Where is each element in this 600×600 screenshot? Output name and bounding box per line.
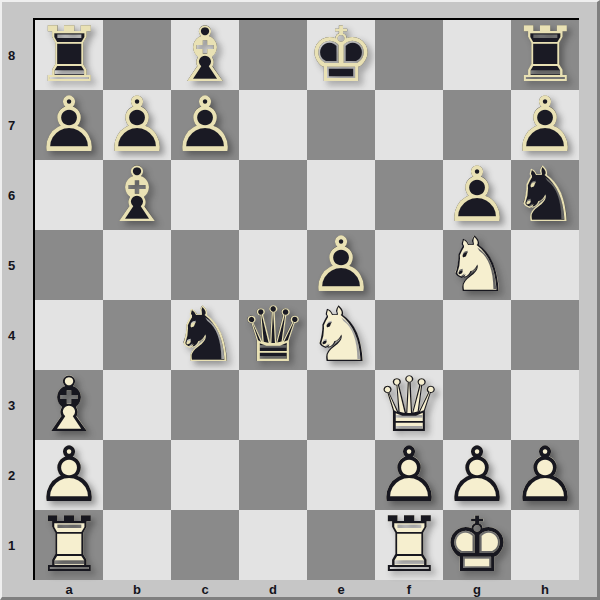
file-label-b: b	[103, 580, 171, 599]
square-e2[interactable]	[307, 440, 375, 510]
square-b3[interactable]	[103, 370, 171, 440]
piece-white-knight-g5[interactable]: ♞♘	[443, 230, 511, 300]
square-g1[interactable]: ♚♔	[443, 510, 511, 580]
piece-white-rook-a1[interactable]: ♜♖	[35, 510, 103, 580]
piece-black-queen-d4[interactable]: ♛♕	[239, 300, 307, 370]
rook-glyph-outline: ♖	[35, 510, 103, 580]
pawn-glyph-outline: ♙	[511, 440, 579, 510]
square-b1[interactable]	[103, 510, 171, 580]
square-b6[interactable]: ♝♗	[103, 160, 171, 230]
king-glyph-outline: ♔	[443, 510, 511, 580]
square-e7[interactable]	[307, 90, 375, 160]
rank-label-6: 6	[2, 160, 31, 230]
file-label-a: a	[35, 580, 103, 599]
piece-white-king-g1[interactable]: ♚♔	[443, 510, 511, 580]
rank-label-8: 8	[2, 20, 31, 90]
piece-black-pawn-c7[interactable]: ♟♙	[171, 90, 239, 160]
file-label-e: e	[307, 580, 375, 599]
square-d7[interactable]	[239, 90, 307, 160]
pawn-glyph-outline: ♙	[35, 90, 103, 160]
square-b2[interactable]	[103, 440, 171, 510]
square-h2[interactable]: ♟♙	[511, 440, 579, 510]
square-d6[interactable]	[239, 160, 307, 230]
piece-white-pawn-h2[interactable]: ♟♙	[511, 440, 579, 510]
square-g5[interactable]: ♞♘	[443, 230, 511, 300]
rank-label-2: 2	[2, 440, 31, 510]
file-label-g: g	[443, 580, 511, 599]
square-d8[interactable]	[239, 20, 307, 90]
square-c1[interactable]	[171, 510, 239, 580]
square-c7[interactable]: ♟♙	[171, 90, 239, 160]
rank-label-1: 1	[2, 510, 31, 580]
piece-white-knight-e4[interactable]: ♞♘	[307, 300, 375, 370]
rook-glyph-outline: ♖	[375, 510, 443, 580]
square-g8[interactable]	[443, 20, 511, 90]
king-glyph-outline: ♔	[307, 20, 375, 90]
square-a1[interactable]: ♜♖	[35, 510, 103, 580]
rank-label-4: 4	[2, 300, 31, 370]
square-c4[interactable]: ♞♘	[171, 300, 239, 370]
piece-white-rook-f1[interactable]: ♜♖	[375, 510, 443, 580]
piece-black-pawn-a7[interactable]: ♟♙	[35, 90, 103, 160]
file-label-f: f	[375, 580, 443, 599]
square-h4[interactable]	[511, 300, 579, 370]
square-a6[interactable]	[35, 160, 103, 230]
square-g4[interactable]	[443, 300, 511, 370]
square-h1[interactable]	[511, 510, 579, 580]
square-e3[interactable]	[307, 370, 375, 440]
square-e1[interactable]	[307, 510, 375, 580]
chess-board: ♜♖♝♗♚♔♜♖♟♙♟♙♟♙♟♙♝♗♟♙♞♘♟♙♞♘♞♘♛♕♞♘♝♗♛♕♟♙♟♙…	[33, 18, 579, 580]
pawn-glyph-outline: ♙	[171, 90, 239, 160]
square-b5[interactable]	[103, 230, 171, 300]
square-d2[interactable]	[239, 440, 307, 510]
square-b4[interactable]	[103, 300, 171, 370]
knight-glyph-outline: ♘	[307, 300, 375, 370]
board-frame: ♜♖♝♗♚♔♜♖♟♙♟♙♟♙♟♙♝♗♟♙♞♘♟♙♞♘♞♘♛♕♞♘♝♗♛♕♟♙♟♙…	[0, 0, 600, 600]
piece-black-knight-c4[interactable]: ♞♘	[171, 300, 239, 370]
knight-glyph-outline: ♘	[443, 230, 511, 300]
bishop-glyph-outline: ♗	[103, 160, 171, 230]
square-e8[interactable]: ♚♔	[307, 20, 375, 90]
knight-glyph-outline: ♘	[171, 300, 239, 370]
file-label-h: h	[511, 580, 579, 599]
file-label-d: d	[239, 580, 307, 599]
piece-black-knight-h6[interactable]: ♞♘	[511, 160, 579, 230]
square-c6[interactable]	[171, 160, 239, 230]
square-f5[interactable]	[375, 230, 443, 300]
square-a5[interactable]	[35, 230, 103, 300]
piece-black-king-e8[interactable]: ♚♔	[307, 20, 375, 90]
knight-glyph-outline: ♘	[511, 160, 579, 230]
rank-label-7: 7	[2, 90, 31, 160]
square-h5[interactable]	[511, 230, 579, 300]
square-f6[interactable]	[375, 160, 443, 230]
square-f8[interactable]	[375, 20, 443, 90]
rank-label-3: 3	[2, 370, 31, 440]
file-label-c: c	[171, 580, 239, 599]
square-a7[interactable]: ♟♙	[35, 90, 103, 160]
piece-black-bishop-b6[interactable]: ♝♗	[103, 160, 171, 230]
queen-glyph-outline: ♕	[239, 300, 307, 370]
square-h6[interactable]: ♞♘	[511, 160, 579, 230]
square-c2[interactable]	[171, 440, 239, 510]
square-d4[interactable]: ♛♕	[239, 300, 307, 370]
square-e4[interactable]: ♞♘	[307, 300, 375, 370]
square-d1[interactable]	[239, 510, 307, 580]
square-d3[interactable]	[239, 370, 307, 440]
square-f7[interactable]	[375, 90, 443, 160]
square-c3[interactable]	[171, 370, 239, 440]
rank-label-5: 5	[2, 230, 31, 300]
square-f1[interactable]: ♜♖	[375, 510, 443, 580]
